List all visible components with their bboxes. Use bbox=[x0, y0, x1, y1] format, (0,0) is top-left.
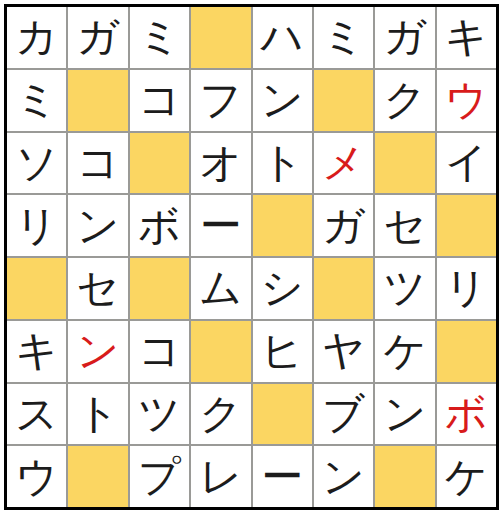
cell-r4c2[interactable]: ン bbox=[68, 195, 127, 256]
cell-r7c1[interactable]: ス bbox=[7, 384, 66, 445]
cell-r3c3-blocked bbox=[130, 133, 189, 194]
cell-r7c7[interactable]: ン bbox=[375, 384, 434, 445]
cell-r7c5-blocked bbox=[253, 384, 312, 445]
cell-r4c3[interactable]: ボ bbox=[130, 195, 189, 256]
cell-r8c2-blocked bbox=[68, 446, 127, 507]
cell-r1c8[interactable]: キ bbox=[437, 7, 496, 68]
cell-r6c1[interactable]: キ bbox=[7, 321, 66, 382]
cell-r7c8[interactable]: ボ bbox=[437, 384, 496, 445]
cell-r6c8-blocked bbox=[437, 321, 496, 382]
cell-r4c5-blocked bbox=[253, 195, 312, 256]
cell-r7c4[interactable]: ク bbox=[191, 384, 250, 445]
cell-r4c8-blocked bbox=[437, 195, 496, 256]
cell-r6c3[interactable]: コ bbox=[130, 321, 189, 382]
cell-r2c7[interactable]: ク bbox=[375, 70, 434, 131]
cell-r5c7[interactable]: ツ bbox=[375, 258, 434, 319]
cell-r2c4[interactable]: フ bbox=[191, 70, 250, 131]
cell-r8c1[interactable]: ウ bbox=[7, 446, 66, 507]
cell-r6c4-blocked bbox=[191, 321, 250, 382]
cell-r1c2[interactable]: ガ bbox=[68, 7, 127, 68]
cell-r8c5[interactable]: ー bbox=[253, 446, 312, 507]
cell-r5c6-blocked bbox=[314, 258, 373, 319]
cell-r1c7[interactable]: ガ bbox=[375, 7, 434, 68]
cell-r2c5[interactable]: ン bbox=[253, 70, 312, 131]
cell-r5c5[interactable]: シ bbox=[253, 258, 312, 319]
cell-r1c4-blocked bbox=[191, 7, 250, 68]
cell-r3c8[interactable]: イ bbox=[437, 133, 496, 194]
cell-r2c1[interactable]: ミ bbox=[7, 70, 66, 131]
cell-r4c1[interactable]: リ bbox=[7, 195, 66, 256]
crossword-page: カガミハミガキミコフンクウソコオトメイリンボーガセセムシツリキンコヒヤケストツク… bbox=[0, 0, 500, 511]
cell-r5c3-blocked bbox=[130, 258, 189, 319]
cell-r2c2-blocked bbox=[68, 70, 127, 131]
cell-r2c6-blocked bbox=[314, 70, 373, 131]
cell-r6c7[interactable]: ケ bbox=[375, 321, 434, 382]
cell-r7c3[interactable]: ツ bbox=[130, 384, 189, 445]
cell-r3c4[interactable]: オ bbox=[191, 133, 250, 194]
cell-r4c4[interactable]: ー bbox=[191, 195, 250, 256]
cell-r3c2[interactable]: コ bbox=[68, 133, 127, 194]
cell-r6c2[interactable]: ン bbox=[68, 321, 127, 382]
cell-r3c7-blocked bbox=[375, 133, 434, 194]
cell-r4c6[interactable]: ガ bbox=[314, 195, 373, 256]
cell-r2c3[interactable]: コ bbox=[130, 70, 189, 131]
cell-r8c6[interactable]: ン bbox=[314, 446, 373, 507]
cell-r3c6[interactable]: メ bbox=[314, 133, 373, 194]
cell-r5c4[interactable]: ム bbox=[191, 258, 250, 319]
cell-r7c6[interactable]: ブ bbox=[314, 384, 373, 445]
cell-r8c7-blocked bbox=[375, 446, 434, 507]
cell-r3c1[interactable]: ソ bbox=[7, 133, 66, 194]
cell-r8c4[interactable]: レ bbox=[191, 446, 250, 507]
cell-r2c8[interactable]: ウ bbox=[437, 70, 496, 131]
cell-r5c8[interactable]: リ bbox=[437, 258, 496, 319]
cell-r7c2[interactable]: ト bbox=[68, 384, 127, 445]
cell-r8c3[interactable]: プ bbox=[130, 446, 189, 507]
cell-r6c6[interactable]: ヤ bbox=[314, 321, 373, 382]
cell-r1c1[interactable]: カ bbox=[7, 7, 66, 68]
cell-r6c5[interactable]: ヒ bbox=[253, 321, 312, 382]
cell-r4c7[interactable]: セ bbox=[375, 195, 434, 256]
cell-r5c2[interactable]: セ bbox=[68, 258, 127, 319]
cell-r5c1-blocked bbox=[7, 258, 66, 319]
cell-r1c5[interactable]: ハ bbox=[253, 7, 312, 68]
cell-r1c3[interactable]: ミ bbox=[130, 7, 189, 68]
cell-r3c5[interactable]: ト bbox=[253, 133, 312, 194]
crossword-board-frame: カガミハミガキミコフンクウソコオトメイリンボーガセセムシツリキンコヒヤケストツク… bbox=[4, 4, 499, 510]
cell-r8c8[interactable]: ケ bbox=[437, 446, 496, 507]
crossword-board: カガミハミガキミコフンクウソコオトメイリンボーガセセムシツリキンコヒヤケストツク… bbox=[7, 7, 496, 507]
cell-r1c6[interactable]: ミ bbox=[314, 7, 373, 68]
